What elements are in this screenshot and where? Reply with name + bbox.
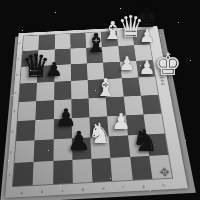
square-d6[interactable] [71, 64, 88, 82]
piece-white-bishop-e4[interactable]: ♝ [95, 75, 117, 100]
square-a2[interactable] [15, 140, 35, 163]
piece-white-king-h5[interactable]: ♚ [154, 49, 182, 80]
coord-label: b [41, 189, 44, 194]
piece-black-queen-a5[interactable]: ♛ [22, 50, 51, 82]
coord-label: c [61, 188, 63, 193]
square-d5[interactable] [71, 80, 89, 99]
piece-white-knight-e2[interactable]: ♞ [87, 120, 112, 148]
chess-photo-scene: abcdefgh abcdefgh 87654321 ♔CHESS ✥ ♚♛♝♟… [0, 0, 200, 200]
coord-label: a [30, 32, 32, 35]
piece-white-pawn-f6[interactable]: ♟ [118, 54, 135, 73]
piece-white-pawn-g7[interactable]: ♟ [139, 27, 155, 45]
square-f1[interactable] [111, 157, 133, 181]
square-c1[interactable] [53, 160, 73, 184]
coord-label: c [61, 31, 63, 34]
square-b2[interactable] [34, 139, 53, 162]
coord-label: 4 [13, 110, 16, 114]
coord-label: 1 [8, 173, 11, 178]
coord-label: h [162, 183, 165, 188]
piece-white-pawn-f3[interactable]: ♟ [111, 111, 131, 133]
coord-label: f [122, 185, 124, 190]
square-a4[interactable] [18, 101, 37, 121]
coord-label: 5 [14, 91, 16, 95]
square-a3[interactable] [16, 120, 35, 141]
coord-label: e [102, 186, 105, 191]
coord-label: b [46, 32, 48, 35]
coord-label: 7 [17, 57, 19, 60]
coord-label: 8 [18, 42, 20, 45]
square-b1[interactable] [33, 161, 53, 185]
square-a5[interactable] [19, 83, 37, 102]
corner-ornament-icon: ✥ [159, 166, 171, 178]
square-c5[interactable] [54, 81, 71, 100]
coord-label: 2 [10, 150, 13, 154]
square-d1[interactable] [72, 159, 92, 183]
square-a1[interactable] [13, 162, 34, 186]
piece-white-pawn-g6[interactable]: ♟ [138, 58, 155, 77]
square-c8[interactable] [54, 34, 70, 50]
coord-label: 3 [11, 129, 14, 133]
square-b5[interactable] [36, 82, 54, 101]
square-e1[interactable] [91, 158, 112, 182]
piece-black-pawn-d2[interactable]: ♟ [67, 128, 90, 154]
piece-black-bishop-d6[interactable]: ♝ [84, 30, 107, 56]
square-b4[interactable] [36, 100, 54, 120]
piece-black-knight-g2[interactable]: ♞ [132, 126, 159, 156]
coord-label: 6 [16, 74, 18, 77]
coord-label: d [82, 187, 85, 192]
square-h4[interactable] [141, 94, 162, 114]
square-b3[interactable] [35, 119, 54, 140]
coord-label: g [142, 184, 145, 189]
coord-label: a [20, 190, 23, 195]
dust-speckles [0, 0, 1, 1]
coord-label: d [77, 30, 79, 33]
